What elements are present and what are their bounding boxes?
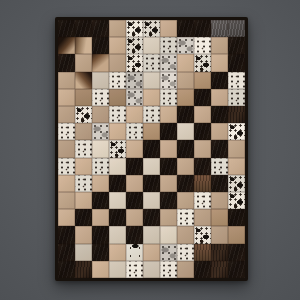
rug-patch [160,209,177,226]
rug-patch [160,244,177,261]
rug-patch [75,158,92,175]
rug-patch [228,209,245,226]
rug-patch [177,209,194,226]
rug-patch [211,54,228,71]
rug-patch [160,89,177,106]
rug-patch [160,175,177,192]
rug-patch [160,72,177,89]
rug-patch [92,54,109,71]
rug-patch [228,20,245,37]
rug-patch [194,158,211,175]
rug-patch [92,244,109,261]
rug-patch [211,158,228,175]
rug-patch [143,226,160,243]
rug-patch [143,106,160,123]
rug-patch [109,106,126,123]
rug-patch [92,123,109,140]
rug-patch [160,261,177,278]
rug-patch [109,244,126,261]
rug-patch [75,89,92,106]
rug-product-photo [0,0,300,300]
rug-patch [228,106,245,123]
rug-patch [126,175,143,192]
rug-patch [194,106,211,123]
rug-patch [211,140,228,157]
rug-patch [75,20,92,37]
rug-patch [194,226,211,243]
rug-patch [228,54,245,71]
rug-patch [160,226,177,243]
rug-patch [92,72,109,89]
rug-patch [126,244,143,261]
rug-patch [194,192,211,209]
rug-patch [177,226,194,243]
rug-patch [211,37,228,54]
rug-patch [211,192,228,209]
patchwork-rug-board [55,17,248,281]
rug-patch [92,192,109,209]
rug-patch [58,261,75,278]
rug-patch [177,192,194,209]
rug-patch [126,192,143,209]
rug-patch [126,54,143,71]
rug-patch [194,37,211,54]
rug-patch [126,261,143,278]
rug-patch [211,123,228,140]
rug-patch [160,20,177,37]
rug-patch [211,244,228,261]
rug-patch [194,244,211,261]
rug-patch [194,140,211,157]
rug-patch [58,192,75,209]
rug-patch [228,226,245,243]
rug-patch [126,37,143,54]
rug-patch [109,192,126,209]
rug-patch [177,89,194,106]
rug-patch [177,106,194,123]
rug-patch [126,106,143,123]
rug-patch [126,72,143,89]
rug-patch [58,209,75,226]
rug-patch [109,175,126,192]
rug-patch [92,158,109,175]
rug-patch [211,226,228,243]
rug-patch [211,20,228,37]
rug-patch [58,140,75,157]
rug-patch [143,244,160,261]
rug-patch [75,209,92,226]
rug-patch [109,37,126,54]
rug-patch [228,140,245,157]
rug-patch [109,261,126,278]
rug-patch [109,140,126,157]
rug-patch [177,72,194,89]
rug-patch [228,123,245,140]
rug-patch [92,226,109,243]
rug-patch [75,54,92,71]
rug-patch [92,37,109,54]
rug-patch [160,192,177,209]
rug-patch [177,123,194,140]
rug-patch [228,192,245,209]
rug-patch [177,244,194,261]
rug-patch [58,89,75,106]
rug-patch [177,20,194,37]
rug-patch [109,123,126,140]
rug-patch [177,37,194,54]
rug-patch [126,20,143,37]
rug-patch [194,72,211,89]
rug-patch [109,226,126,243]
rug-patch [92,89,109,106]
rug-patch [58,106,75,123]
rug-patch [109,89,126,106]
rug-patch [92,209,109,226]
rug-patch [211,209,228,226]
rug-patch [143,123,160,140]
rug-patch [58,226,75,243]
rug-patch [143,192,160,209]
rug-patch [143,89,160,106]
rug-patch [160,158,177,175]
rug-patch [58,20,75,37]
rug-patch [109,20,126,37]
rug-patch [109,209,126,226]
rug-patch [143,54,160,71]
rug-patch [75,175,92,192]
rug-patch [143,158,160,175]
rug-patch [58,123,75,140]
rug-patch [177,54,194,71]
rug-patch [177,261,194,278]
rug-patch [194,209,211,226]
rug-patch [92,20,109,37]
rug-patch [228,72,245,89]
rug-patch [92,175,109,192]
rug-patch [75,140,92,157]
rug-patch [194,175,211,192]
rug-patch [92,106,109,123]
rug-patch [143,37,160,54]
rug-patch [143,175,160,192]
rug-patch [228,158,245,175]
rug-patch [75,261,92,278]
rug-patch [160,123,177,140]
rug-patch [75,72,92,89]
rug-patch [211,72,228,89]
rug-patch [177,158,194,175]
rug-patch [75,192,92,209]
rug-patch [177,175,194,192]
rug-patch [109,158,126,175]
rug-patch [177,140,194,157]
rug-patch [160,54,177,71]
rug-patch [228,175,245,192]
rug-patch [126,209,143,226]
rug-patch [75,226,92,243]
rug-patch [58,72,75,89]
rug-patch [58,175,75,192]
rug-patch [194,54,211,71]
rug-patch [92,261,109,278]
rug-patch [143,209,160,226]
rug-patch [126,89,143,106]
rug-patch [211,89,228,106]
rug-patch [160,140,177,157]
rug-patch [92,140,109,157]
rug-patch [143,261,160,278]
rug-patch [143,20,160,37]
rug-patch [126,140,143,157]
rug-patch [109,72,126,89]
rug-patch [109,54,126,71]
rug-patch [211,261,228,278]
rug-patch [194,123,211,140]
rug-patch [194,20,211,37]
rug-patch [143,140,160,157]
rug-patch [228,244,245,261]
rug-patch [75,123,92,140]
rug-patch [194,89,211,106]
rug-patch [58,158,75,175]
rug-patch [126,123,143,140]
rug-patch [126,226,143,243]
rug-patch [228,89,245,106]
rug-patch [194,261,211,278]
rug-patch [143,72,160,89]
rug-patch [58,244,75,261]
rug-patch [228,37,245,54]
rug-patch [75,37,92,54]
rug-patch [75,106,92,123]
rug-patch [228,261,245,278]
rug-patch [126,158,143,175]
rug-patch [160,106,177,123]
rug-patch [211,175,228,192]
rug-patch [75,244,92,261]
rug-patch [58,37,75,54]
rug-patch [211,106,228,123]
rug-patch [58,54,75,71]
rug-patch [160,37,177,54]
